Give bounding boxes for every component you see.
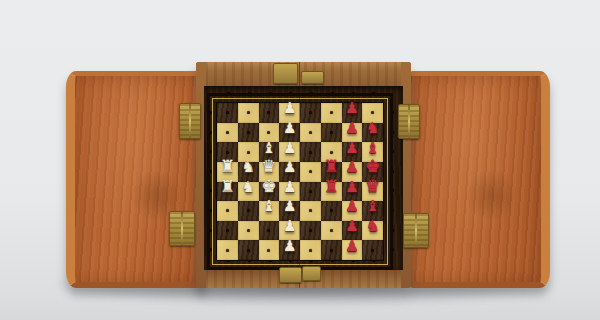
white-knight[interactable]: ♞: [241, 160, 254, 175]
square-f3[interactable]: [321, 201, 342, 221]
right-lower-hinge-icon: [403, 213, 429, 248]
lid-hinge-bottom-left-icon: [279, 267, 302, 283]
border-peg-hole: [331, 92, 334, 95]
white-pawn[interactable]: ♟: [283, 160, 296, 175]
square-a1[interactable]: [217, 240, 238, 260]
square-e1[interactable]: [300, 240, 321, 260]
peg-hole: [226, 249, 229, 252]
square-d1[interactable]: ♟: [279, 240, 300, 260]
square-e6[interactable]: [300, 142, 321, 162]
white-pawn[interactable]: ♟: [283, 121, 296, 136]
lid-hinge-top-left-icon: [273, 63, 298, 84]
peg-hole: [330, 209, 333, 212]
square-e7[interactable]: [300, 123, 321, 143]
square-b1[interactable]: [238, 240, 259, 260]
square-f8[interactable]: [321, 103, 342, 123]
border-peg-hole: [391, 189, 394, 192]
border-peg-hole: [209, 111, 212, 114]
peg-hole: [267, 249, 270, 252]
border-peg-hole: [289, 92, 292, 95]
peg-hole: [309, 131, 312, 134]
square-f1[interactable]: [321, 240, 342, 260]
square-e8[interactable]: [300, 103, 321, 123]
peg-hole: [309, 151, 312, 154]
white-rook[interactable]: ♜: [220, 178, 235, 195]
red-knight[interactable]: ♞: [366, 219, 379, 234]
right-upper-hinge-icon: [398, 104, 420, 139]
square-h2[interactable]: ♞: [362, 221, 383, 241]
red-pawn[interactable]: ♟: [345, 219, 358, 234]
peg-hole: [226, 111, 229, 114]
white-pawn[interactable]: ♟: [283, 239, 296, 254]
red-pawn[interactable]: ♟: [345, 160, 358, 175]
peg-hole: [226, 151, 229, 154]
border-peg-hole: [391, 111, 394, 114]
travel-chess-set-photo: ♟♟♟♟♞♝♟♟♝♜♞♛♟♜♟♚♜♞♚♟♜♟♛♝♟♟♝♟♟♞♟♟: [0, 0, 600, 320]
border-peg-hole: [391, 229, 394, 232]
peg-hole: [309, 249, 312, 252]
border-peg-hole: [227, 92, 230, 95]
red-rook[interactable]: ♜: [324, 178, 339, 195]
square-e5[interactable]: [300, 162, 321, 182]
square-e3[interactable]: [300, 201, 321, 221]
square-b2[interactable]: [238, 221, 259, 241]
border-peg-hole: [209, 131, 212, 134]
peg-hole: [309, 170, 312, 173]
square-a2[interactable]: [217, 221, 238, 241]
left-lower-hinge-icon: [169, 211, 195, 246]
square-e2[interactable]: [300, 221, 321, 241]
right-door-panel: [410, 71, 550, 288]
red-pawn[interactable]: ♟: [345, 180, 358, 195]
white-pawn[interactable]: ♟: [283, 101, 296, 116]
white-rook[interactable]: ♜: [220, 158, 235, 175]
peg-hole: [247, 131, 250, 134]
square-a8[interactable]: [217, 103, 238, 123]
square-f4[interactable]: ♜: [321, 182, 342, 202]
border-peg-hole: [269, 92, 272, 95]
square-h1[interactable]: [362, 240, 383, 260]
peg-hole: [309, 209, 312, 212]
red-pawn[interactable]: ♟: [345, 239, 358, 254]
lid-hinge-top-right-icon: [301, 71, 324, 84]
square-a4[interactable]: ♜: [217, 182, 238, 202]
peg-hole: [226, 229, 229, 232]
square-e4[interactable]: [300, 182, 321, 202]
square-c3[interactable]: ♝: [259, 201, 280, 221]
peg-hole: [247, 209, 250, 212]
peg-hole: [247, 249, 250, 252]
chess-box: ♟♟♟♟♞♝♟♟♝♜♞♛♟♜♟♚♜♞♚♟♜♟♛♝♟♟♝♟♟♞♟♟: [196, 62, 411, 288]
peg-hole: [247, 151, 250, 154]
peg-hole: [267, 229, 270, 232]
red-rook[interactable]: ♜: [324, 158, 339, 175]
border-peg-hole: [391, 209, 394, 212]
red-pawn[interactable]: ♟: [345, 121, 358, 136]
red-queen[interactable]: ♛: [365, 178, 380, 195]
border-peg-hole: [209, 150, 212, 153]
square-b4[interactable]: ♞: [238, 182, 259, 202]
border-peg-hole: [310, 92, 313, 95]
red-bishop[interactable]: ♝: [366, 141, 379, 156]
square-c8[interactable]: [259, 103, 280, 123]
white-pawn[interactable]: ♟: [283, 180, 296, 195]
square-f7[interactable]: [321, 123, 342, 143]
peg-hole: [309, 111, 312, 114]
border-peg-hole: [209, 189, 212, 192]
peg-hole: [309, 190, 312, 193]
square-b3[interactable]: [238, 201, 259, 221]
peg-hole: [330, 131, 333, 134]
square-b8[interactable]: [238, 103, 259, 123]
peg-hole: [226, 131, 229, 134]
red-king[interactable]: ♚: [365, 158, 380, 175]
peg-hole: [247, 111, 250, 114]
peg-hole: [330, 249, 333, 252]
square-g1[interactable]: ♟: [342, 240, 363, 260]
chess-board[interactable]: ♟♟♟♟♞♝♟♟♝♜♞♛♟♜♟♚♜♞♚♟♜♟♛♝♟♟♝♟♟♞♟♟: [217, 103, 383, 260]
red-pawn[interactable]: ♟: [345, 199, 358, 214]
white-king[interactable]: ♚: [261, 178, 276, 195]
white-pawn[interactable]: ♟: [283, 141, 296, 156]
border-peg-hole: [391, 131, 394, 134]
white-pawn[interactable]: ♟: [283, 219, 296, 234]
red-pawn[interactable]: ♟: [345, 141, 358, 156]
border-peg-hole: [391, 170, 394, 173]
white-pawn[interactable]: ♟: [283, 199, 296, 214]
white-bishop[interactable]: ♝: [262, 199, 275, 214]
square-f2[interactable]: [321, 221, 342, 241]
red-knight[interactable]: ♞: [366, 121, 379, 136]
border-peg-hole: [248, 92, 251, 95]
peg-hole: [309, 229, 312, 232]
square-c1[interactable]: [259, 240, 280, 260]
peg-hole: [330, 151, 333, 154]
border-peg-hole: [209, 229, 212, 232]
left-upper-hinge-icon: [179, 103, 201, 139]
peg-hole: [267, 131, 270, 134]
square-c2[interactable]: [259, 221, 280, 241]
peg-hole: [247, 229, 250, 232]
peg-hole: [330, 229, 333, 232]
peg-hole: [330, 111, 333, 114]
border-peg-hole: [391, 150, 394, 153]
peg-hole: [226, 209, 229, 212]
red-bishop[interactable]: ♝: [366, 199, 379, 214]
square-a7[interactable]: [217, 123, 238, 143]
peg-hole: [267, 111, 270, 114]
peg-hole: [371, 249, 374, 252]
border-peg-hole: [391, 248, 394, 251]
square-b7[interactable]: [238, 123, 259, 143]
lid-hinge-bottom-right-icon: [302, 266, 321, 281]
square-a3[interactable]: [217, 201, 238, 221]
white-bishop[interactable]: ♝: [262, 141, 275, 156]
border-peg-hole: [209, 170, 212, 173]
peg-hole: [371, 111, 374, 114]
border-peg-hole: [372, 92, 375, 95]
white-queen[interactable]: ♛: [261, 158, 276, 175]
border-peg-hole: [209, 248, 212, 251]
red-pawn[interactable]: ♟: [345, 101, 358, 116]
fold-seam: [299, 62, 300, 288]
white-knight[interactable]: ♞: [241, 180, 254, 195]
border-peg-hole: [352, 92, 355, 95]
border-peg-hole: [209, 209, 212, 212]
